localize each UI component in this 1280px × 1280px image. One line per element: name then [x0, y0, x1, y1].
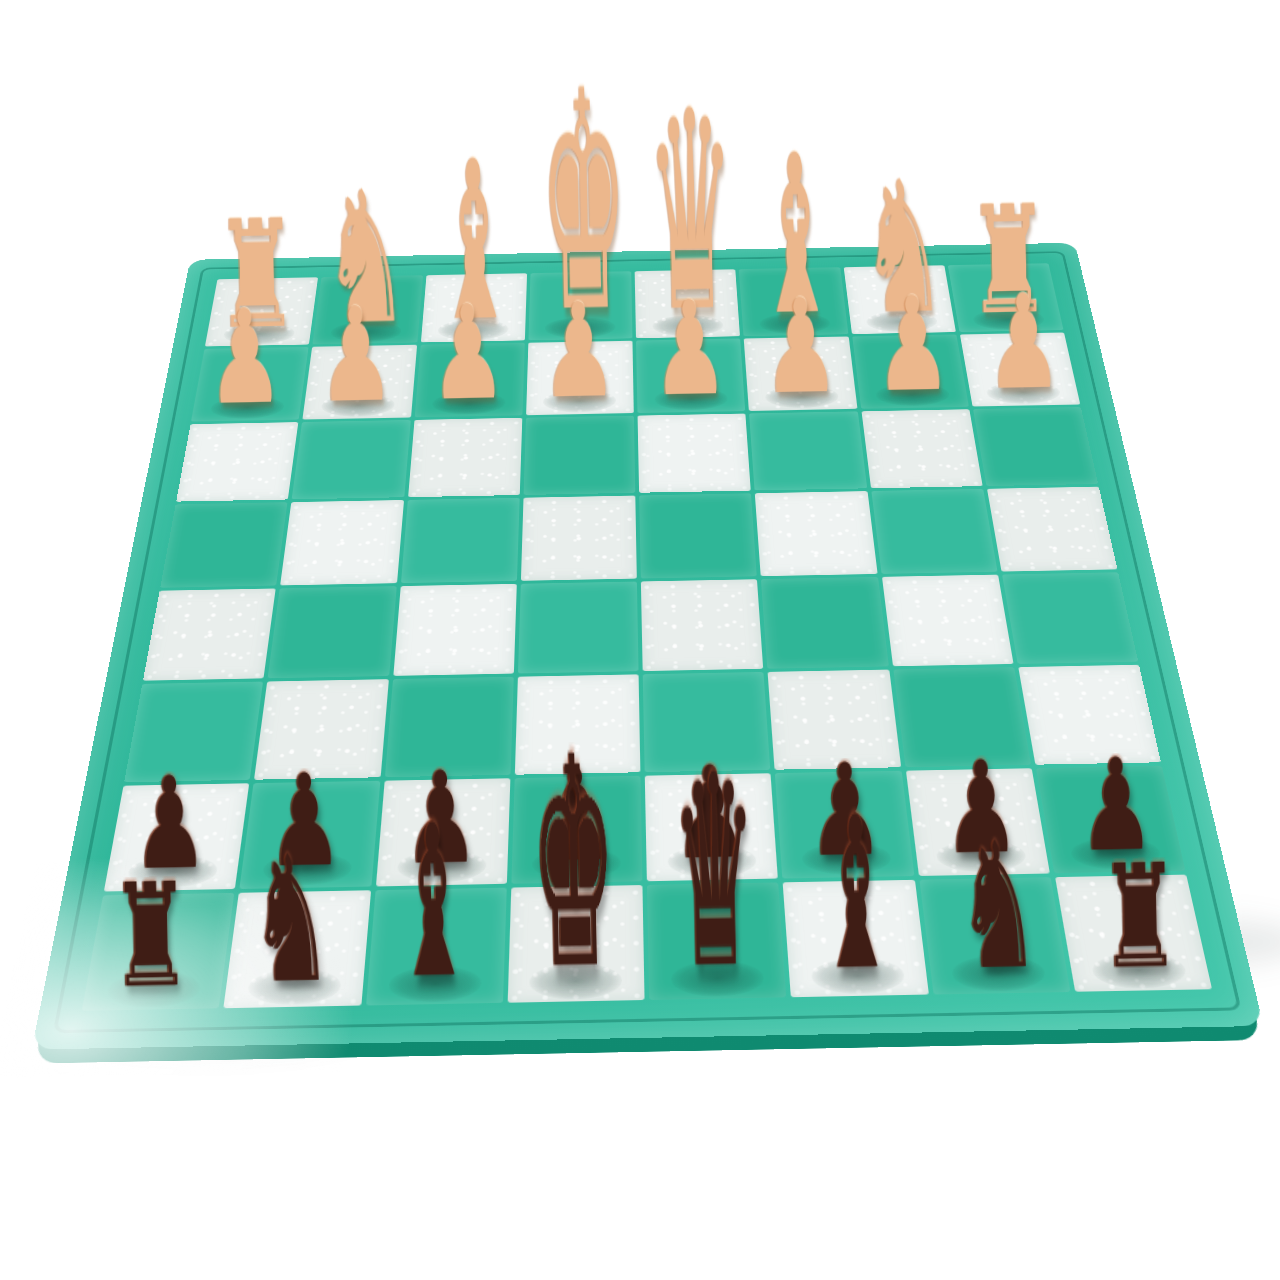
black-queen-icon[interactable]: ♛	[664, 761, 767, 988]
square-b5[interactable]	[881, 575, 1013, 667]
black-knight-icon[interactable]: ♞	[944, 832, 1053, 982]
square-a5[interactable]	[1002, 572, 1138, 664]
white-pawn-icon[interactable]: ♟	[643, 293, 737, 405]
black-bishop-icon[interactable]: ♝	[807, 805, 906, 985]
square-d4[interactable]	[639, 493, 757, 578]
square-f4[interactable]	[401, 498, 520, 583]
square-g8[interactable]: ♞	[224, 890, 371, 1008]
square-f8[interactable]: ♝	[366, 887, 507, 1005]
square-d2[interactable]: ♟	[636, 339, 745, 413]
square-e4[interactable]	[521, 495, 637, 580]
square-g2[interactable]: ♟	[303, 345, 417, 419]
square-e5[interactable]	[518, 582, 639, 674]
square-g5[interactable]	[268, 586, 396, 678]
square-c2[interactable]: ♟	[744, 337, 857, 411]
white-pawn-icon[interactable]: ♟	[198, 302, 292, 414]
black-knight-icon[interactable]: ♞	[237, 846, 346, 996]
white-pawn-icon[interactable]: ♟	[866, 289, 960, 401]
square-f2[interactable]: ♟	[414, 343, 524, 417]
square-b3[interactable]	[861, 409, 982, 488]
square-a4[interactable]	[987, 486, 1118, 571]
square-c4[interactable]	[755, 491, 877, 576]
square-a8[interactable]: ♜	[1055, 874, 1212, 991]
square-a2[interactable]: ♟	[960, 333, 1080, 407]
square-f3[interactable]	[408, 418, 522, 497]
square-d8[interactable]: ♛	[647, 882, 786, 1000]
chess-board: ♜♞♝♚♛♝♞♜♟♟♟♟♟♟♟♟♟♟♟♟♟♟♟♟♜♞♝♚♛♝♞♜	[32, 243, 1264, 1050]
square-c5[interactable]	[761, 577, 888, 669]
black-rook-icon[interactable]: ♜	[94, 876, 208, 999]
square-h5[interactable]	[143, 588, 276, 680]
square-g3[interactable]	[292, 420, 410, 500]
square-h2[interactable]: ♟	[191, 347, 309, 421]
white-pawn-icon[interactable]: ♟	[755, 291, 849, 403]
square-a3[interactable]	[973, 407, 1098, 486]
square-e8[interactable]: ♚	[507, 885, 644, 1003]
photo-scene: ♜♞♝♚♛♝♞♜♟♟♟♟♟♟♟♟♟♟♟♟♟♟♟♟♜♞♝♚♛♝♞♜	[0, 0, 1280, 1280]
square-b4[interactable]	[871, 489, 997, 574]
chess-board-3d: ♜♞♝♚♛♝♞♜♟♟♟♟♟♟♟♟♟♟♟♟♟♟♟♟♜♞♝♚♛♝♞♜	[32, 243, 1264, 1050]
white-pawn-icon[interactable]: ♟	[532, 295, 626, 407]
black-king-icon[interactable]: ♚	[522, 741, 625, 990]
black-bishop-icon[interactable]: ♝	[384, 813, 483, 993]
white-pawn-icon[interactable]: ♟	[977, 287, 1071, 399]
square-d3[interactable]	[638, 413, 751, 492]
square-f5[interactable]	[393, 584, 517, 676]
square-h4[interactable]	[160, 502, 287, 588]
white-pawn-icon[interactable]: ♟	[421, 297, 515, 409]
square-b2[interactable]: ♟	[852, 335, 969, 409]
square-d5[interactable]	[641, 579, 764, 671]
square-h3[interactable]	[176, 422, 298, 502]
square-b8[interactable]: ♞	[919, 877, 1070, 995]
square-g4[interactable]	[280, 500, 403, 586]
white-pawn-icon[interactable]: ♟	[310, 299, 404, 411]
square-e3[interactable]	[523, 415, 635, 494]
board-grid: ♜♞♝♚♛♝♞♜♟♟♟♟♟♟♟♟♟♟♟♟♟♟♟♟♜♞♝♚♛♝♞♜	[82, 263, 1212, 1011]
black-rook-icon[interactable]: ♜	[1083, 857, 1197, 980]
square-e2[interactable]: ♟	[526, 341, 634, 415]
square-c3[interactable]	[749, 411, 866, 490]
square-h8[interactable]: ♜	[82, 893, 235, 1011]
square-c8[interactable]: ♝	[783, 880, 928, 998]
